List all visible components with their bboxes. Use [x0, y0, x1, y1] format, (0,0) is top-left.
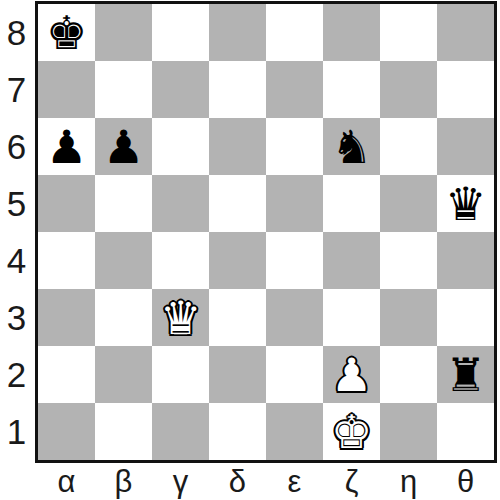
square-c8[interactable] — [152, 4, 209, 61]
square-f4[interactable] — [323, 232, 380, 289]
square-c5[interactable] — [152, 175, 209, 232]
square-h7[interactable] — [437, 61, 494, 118]
chess-diagram: 87654321 ♚♟♟♞♛♛♟♜♚ αβγδεζηθ — [0, 0, 500, 500]
square-d4[interactable] — [209, 232, 266, 289]
rank-label-1: 1 — [0, 403, 33, 460]
square-g5[interactable] — [380, 175, 437, 232]
white-queen: ♛ — [152, 289, 209, 346]
square-b7[interactable] — [95, 61, 152, 118]
square-h3[interactable] — [437, 289, 494, 346]
square-e3[interactable] — [266, 289, 323, 346]
square-d7[interactable] — [209, 61, 266, 118]
black-rook: ♜ — [437, 346, 494, 403]
square-b1[interactable] — [95, 403, 152, 460]
square-e4[interactable] — [266, 232, 323, 289]
square-f1[interactable]: ♚ — [323, 403, 380, 460]
square-h1[interactable] — [437, 403, 494, 460]
file-label-a: α — [38, 463, 95, 500]
square-g1[interactable] — [380, 403, 437, 460]
square-b8[interactable] — [95, 4, 152, 61]
square-d8[interactable] — [209, 4, 266, 61]
square-e2[interactable] — [266, 346, 323, 403]
square-a1[interactable] — [38, 403, 95, 460]
file-label-f: ζ — [323, 463, 380, 500]
square-b5[interactable] — [95, 175, 152, 232]
square-h5[interactable]: ♛ — [437, 175, 494, 232]
square-a8[interactable]: ♚ — [38, 4, 95, 61]
square-f8[interactable] — [323, 4, 380, 61]
black-knight: ♞ — [323, 118, 380, 175]
square-g8[interactable] — [380, 4, 437, 61]
square-c6[interactable] — [152, 118, 209, 175]
square-e5[interactable] — [266, 175, 323, 232]
chess-board: ♚♟♟♞♛♛♟♜♚ — [35, 1, 497, 463]
square-c2[interactable] — [152, 346, 209, 403]
square-c1[interactable] — [152, 403, 209, 460]
square-d3[interactable] — [209, 289, 266, 346]
black-pawn: ♟ — [95, 118, 152, 175]
file-label-b: β — [95, 463, 152, 500]
square-e6[interactable] — [266, 118, 323, 175]
square-f5[interactable] — [323, 175, 380, 232]
square-h8[interactable] — [437, 4, 494, 61]
square-a4[interactable] — [38, 232, 95, 289]
file-label-h: θ — [437, 463, 494, 500]
square-a5[interactable] — [38, 175, 95, 232]
file-label-g: η — [380, 463, 437, 500]
black-queen: ♛ — [437, 175, 494, 232]
square-b3[interactable] — [95, 289, 152, 346]
square-b4[interactable] — [95, 232, 152, 289]
file-label-c: γ — [152, 463, 209, 500]
square-d2[interactable] — [209, 346, 266, 403]
rank-label-6: 6 — [0, 118, 33, 175]
square-f2[interactable]: ♟ — [323, 346, 380, 403]
square-g4[interactable] — [380, 232, 437, 289]
square-f3[interactable] — [323, 289, 380, 346]
square-e8[interactable] — [266, 4, 323, 61]
square-h2[interactable]: ♜ — [437, 346, 494, 403]
square-h6[interactable] — [437, 118, 494, 175]
black-pawn: ♟ — [38, 118, 95, 175]
square-f6[interactable]: ♞ — [323, 118, 380, 175]
square-g3[interactable] — [380, 289, 437, 346]
rank-label-5: 5 — [0, 175, 33, 232]
square-g6[interactable] — [380, 118, 437, 175]
square-b6[interactable]: ♟ — [95, 118, 152, 175]
square-a7[interactable] — [38, 61, 95, 118]
rank-label-2: 2 — [0, 346, 33, 403]
rank-label-8: 8 — [0, 4, 33, 61]
black-king: ♚ — [38, 4, 95, 61]
square-a3[interactable] — [38, 289, 95, 346]
file-label-e: ε — [266, 463, 323, 500]
square-a2[interactable] — [38, 346, 95, 403]
square-d5[interactable] — [209, 175, 266, 232]
rank-labels: 87654321 — [0, 4, 33, 460]
square-e1[interactable] — [266, 403, 323, 460]
rank-label-7: 7 — [0, 61, 33, 118]
square-c4[interactable] — [152, 232, 209, 289]
white-pawn: ♟ — [323, 346, 380, 403]
square-b2[interactable] — [95, 346, 152, 403]
square-a6[interactable]: ♟ — [38, 118, 95, 175]
square-e7[interactable] — [266, 61, 323, 118]
square-c7[interactable] — [152, 61, 209, 118]
square-d1[interactable] — [209, 403, 266, 460]
square-g7[interactable] — [380, 61, 437, 118]
square-h4[interactable] — [437, 232, 494, 289]
square-f7[interactable] — [323, 61, 380, 118]
square-c3[interactable]: ♛ — [152, 289, 209, 346]
square-g2[interactable] — [380, 346, 437, 403]
rank-label-4: 4 — [0, 232, 33, 289]
white-king: ♚ — [323, 403, 380, 460]
file-label-d: δ — [209, 463, 266, 500]
file-labels: αβγδεζηθ — [38, 463, 494, 500]
rank-label-3: 3 — [0, 289, 33, 346]
square-d6[interactable] — [209, 118, 266, 175]
